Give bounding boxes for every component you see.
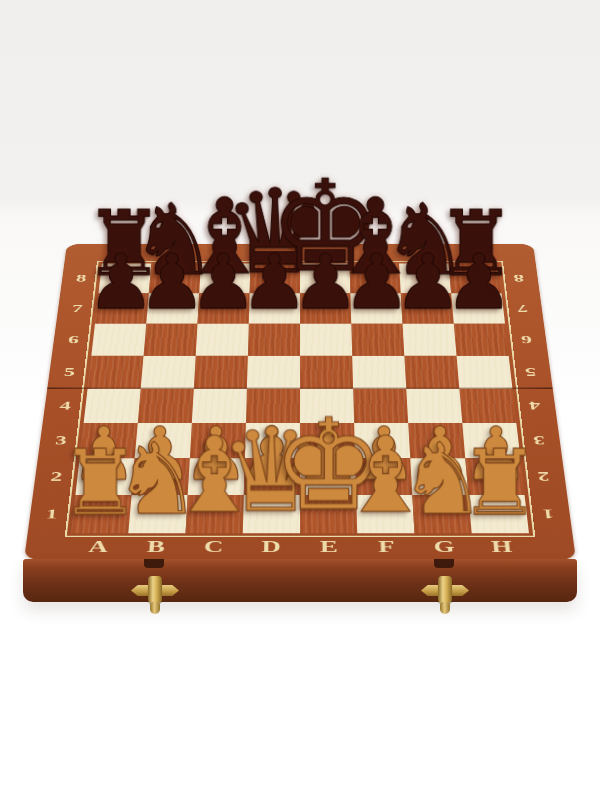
- square-a6[interactable]: [91, 324, 146, 356]
- chess-board: 87654321 87654321 ABCDEFGH ♜♞♝♛♚♝♞♜♟♟♟♟♟…: [24, 244, 576, 560]
- rank-label-1: 1: [525, 495, 573, 533]
- square-d6[interactable]: [248, 324, 300, 356]
- square-h6[interactable]: [454, 324, 509, 356]
- clasp-body: [148, 576, 162, 603]
- file-label-D: D: [242, 533, 300, 560]
- board-grid: ♜♞♝♛♚♝♞♜♟♟♟♟♟♟♟♟♟♟♟♟♟♟♟♟♜♞♝♛♚♝♞♜: [71, 263, 529, 533]
- square-c5[interactable]: [194, 356, 248, 389]
- file-labels-bottom: ABCDEFGH: [68, 533, 532, 560]
- clasp-hook: [150, 602, 160, 614]
- square-a5[interactable]: [88, 356, 144, 389]
- square-f6[interactable]: [351, 324, 404, 356]
- file-label-G: G: [414, 533, 474, 560]
- file-label-C: C: [184, 533, 243, 560]
- rank-label-7: 7: [502, 293, 544, 324]
- rank-label-8: 8: [498, 263, 540, 293]
- file-label-F: F: [357, 533, 416, 560]
- square-g5[interactable]: [404, 356, 459, 389]
- square-h5[interactable]: [456, 356, 512, 389]
- square-g6[interactable]: [403, 324, 457, 356]
- latch-slot-left: [144, 559, 164, 568]
- square-c6[interactable]: [196, 324, 249, 356]
- square-d5[interactable]: [247, 356, 300, 389]
- file-label-A: A: [68, 533, 128, 560]
- rank-label-6: 6: [52, 324, 95, 356]
- fold-seam: [47, 388, 553, 390]
- square-f5[interactable]: [352, 356, 406, 389]
- square-e6[interactable]: [300, 324, 352, 356]
- rank-label-5: 5: [47, 356, 91, 389]
- square-e5[interactable]: [300, 356, 353, 389]
- product-photo-scene: 87654321 87654321 ABCDEFGH ♜♞♝♛♚♝♞♜♟♟♟♟♟…: [0, 0, 600, 800]
- case-front: [23, 559, 577, 602]
- square-h7[interactable]: ♟: [451, 293, 505, 324]
- file-label-E: E: [300, 533, 358, 560]
- clasp-left[interactable]: [131, 574, 179, 616]
- clasp-hook: [440, 602, 450, 614]
- clasp-body: [438, 576, 452, 603]
- rank-label-4: 4: [512, 389, 557, 423]
- square-h1[interactable]: ♜: [468, 495, 529, 533]
- file-label-H: H: [472, 533, 532, 560]
- rank-label-3: 3: [516, 423, 562, 458]
- rank-label-5: 5: [509, 356, 553, 389]
- rank-label-6: 6: [505, 324, 548, 356]
- square-b6[interactable]: [144, 324, 198, 356]
- square-b5[interactable]: [141, 356, 196, 389]
- file-label-B: B: [126, 533, 186, 560]
- clasp-right[interactable]: [421, 574, 469, 616]
- rank-label-2: 2: [520, 458, 567, 495]
- latch-slot-right: [434, 559, 454, 568]
